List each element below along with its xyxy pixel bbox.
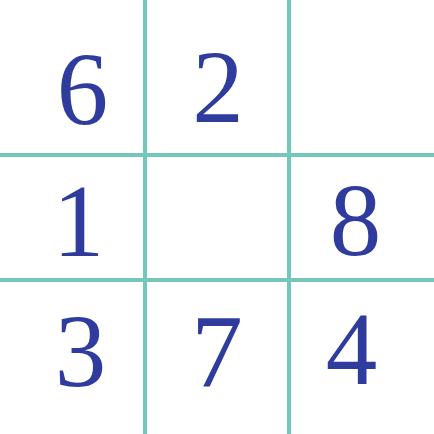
cell-r3c3[interactable]: 4	[289, 280, 434, 434]
cell-r1c1[interactable]: 6	[0, 0, 145, 155]
cell-grid: 6 2 1 8 3 7 4	[0, 0, 434, 434]
cell-value: 2	[192, 36, 244, 139]
cell-value: 1	[53, 170, 105, 273]
cell-r2c3[interactable]: 8	[289, 155, 434, 280]
cell-r2c1[interactable]: 1	[0, 155, 145, 280]
cell-value: 7	[191, 300, 243, 403]
grid-line-horizontal-1	[0, 153, 434, 157]
cell-value: 8	[330, 169, 382, 272]
grid-line-vertical-1	[143, 0, 147, 434]
cell-r3c2[interactable]: 7	[145, 280, 289, 434]
cell-r1c2[interactable]: 2	[145, 0, 289, 155]
cell-r2c2[interactable]	[145, 155, 289, 280]
cell-value: 4	[326, 298, 378, 401]
cell-value: 6	[57, 38, 109, 141]
cell-r3c1[interactable]: 3	[0, 280, 145, 434]
cell-value: 3	[55, 300, 107, 403]
sudoku-board: 6 2 1 8 3 7 4	[0, 0, 434, 434]
grid-line-vertical-2	[287, 0, 291, 434]
cell-r1c3[interactable]	[289, 0, 434, 155]
grid-line-horizontal-2	[0, 278, 434, 282]
